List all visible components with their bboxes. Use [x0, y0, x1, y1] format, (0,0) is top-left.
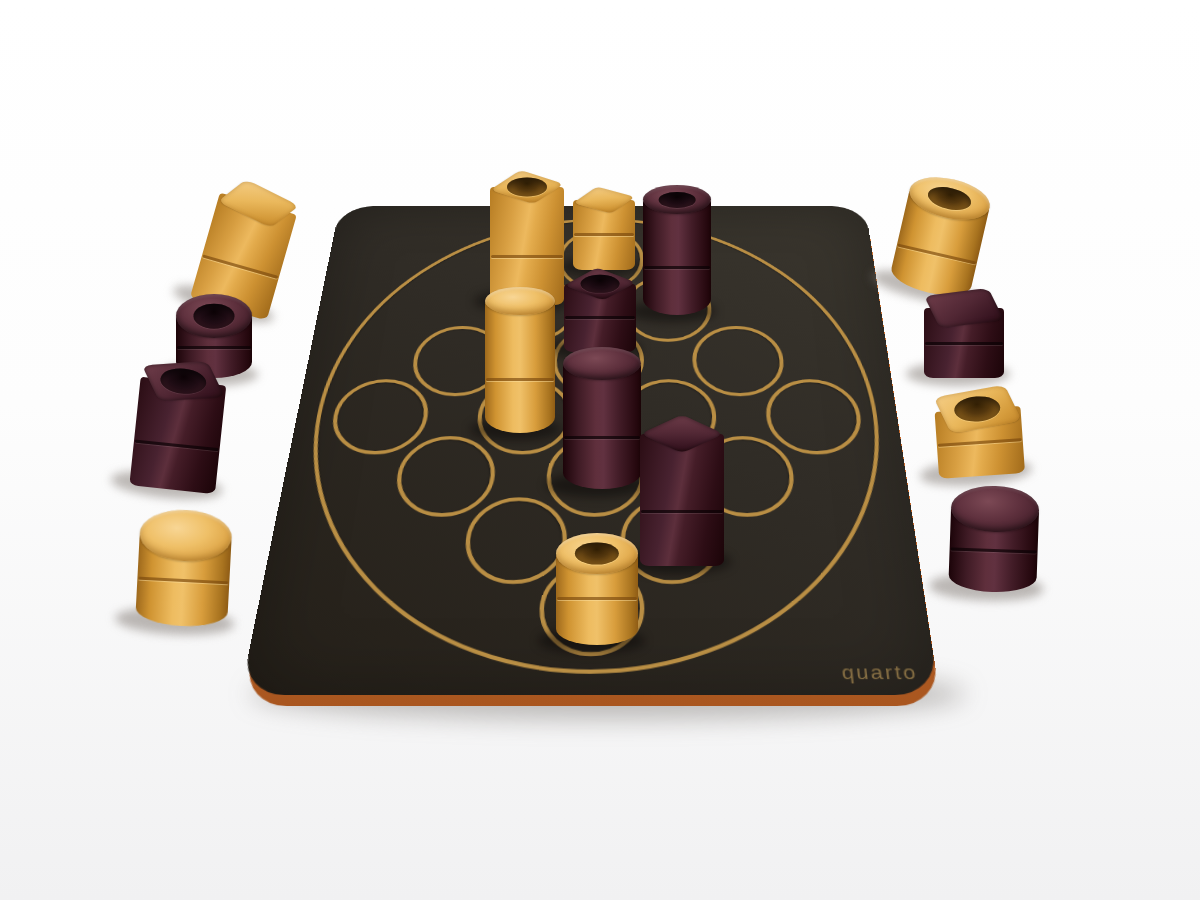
- quarto-product-scene: quarto: [0, 0, 1200, 900]
- piece-dark-short-round-solid[interactable]: [948, 484, 1040, 593]
- piece-groove: [557, 597, 637, 600]
- piece-body: [640, 434, 724, 567]
- piece-dark-tall-round-solid[interactable]: [563, 347, 641, 489]
- piece-groove: [644, 266, 710, 269]
- piece-light-short-square-hollow[interactable]: [933, 383, 1025, 479]
- piece-light-tall-round-hollow[interactable]: [888, 170, 994, 301]
- piece-light-short-square-solid[interactable]: [573, 186, 635, 270]
- piece-groove: [564, 436, 640, 439]
- piece-groove: [925, 342, 1003, 345]
- piece-groove: [177, 346, 251, 349]
- pieces-layer: [0, 0, 1200, 900]
- piece-dark-tall-round-hollow[interactable]: [643, 185, 711, 315]
- piece-groove: [565, 316, 635, 319]
- quarto-logo: quarto: [840, 661, 919, 684]
- piece-top-face: [573, 186, 635, 213]
- piece-body: [563, 364, 641, 490]
- piece-groove: [491, 255, 563, 258]
- piece-top: [563, 347, 641, 380]
- piece-top-face: [640, 414, 724, 453]
- piece-hole: [575, 542, 619, 565]
- piece-light-tall-round-solid[interactable]: [485, 287, 555, 433]
- piece-dark-tall-square-hollow[interactable]: [129, 354, 228, 494]
- piece-top: [485, 287, 555, 315]
- piece-top: [924, 288, 1004, 328]
- piece-top: [573, 186, 635, 213]
- piece-hole: [507, 177, 547, 196]
- piece-light-tall-square-hollow[interactable]: [490, 170, 564, 305]
- piece-body: [643, 200, 711, 316]
- piece-light-short-round-solid[interactable]: [135, 508, 233, 629]
- piece-dark-short-square-hollow[interactable]: [564, 267, 636, 352]
- piece-groove: [641, 510, 723, 513]
- piece-groove: [574, 233, 634, 236]
- piece-dark-tall-square-solid[interactable]: [640, 414, 724, 566]
- piece-hole: [193, 304, 234, 329]
- piece-body: [485, 301, 555, 433]
- piece-light-short-round-hollow[interactable]: [556, 533, 638, 645]
- piece-top-face: [924, 288, 1004, 328]
- piece-hole: [659, 191, 696, 207]
- piece-top: [640, 414, 724, 453]
- piece-groove: [486, 378, 554, 381]
- piece-dark-short-square-solid[interactable]: [924, 288, 1004, 378]
